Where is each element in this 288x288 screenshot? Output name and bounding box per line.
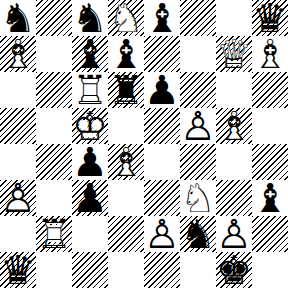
square-g4[interactable] xyxy=(216,144,252,180)
square-d5[interactable] xyxy=(108,108,144,144)
square-g7[interactable]: ♛♕ xyxy=(216,36,252,72)
square-e4[interactable] xyxy=(144,144,180,180)
square-h2[interactable] xyxy=(252,216,288,252)
piece-black-bishop[interactable]: ♝ xyxy=(108,36,144,72)
piece-white-bishop[interactable]: ♗ xyxy=(0,36,36,72)
square-c4[interactable]: ♟ xyxy=(72,144,108,180)
piece-white-bishop[interactable]: ♗ xyxy=(108,144,144,180)
square-g8[interactable] xyxy=(216,0,252,36)
piece-black-rook[interactable]: ♜ xyxy=(108,72,144,108)
square-h5[interactable] xyxy=(252,108,288,144)
piece-fill-white-bishop: ♝ xyxy=(108,144,144,180)
piece-fill-white-knight: ♞ xyxy=(180,180,216,216)
piece-black-bishop[interactable]: ♝ xyxy=(252,180,288,216)
square-f1[interactable] xyxy=(180,252,216,288)
square-f5[interactable]: ♟♙ xyxy=(180,108,216,144)
square-e8[interactable]: ♝ xyxy=(144,0,180,36)
square-c8[interactable]: ♞ xyxy=(72,0,108,36)
square-c7[interactable]: ♝ xyxy=(72,36,108,72)
square-b4[interactable] xyxy=(36,144,72,180)
square-d2[interactable] xyxy=(108,216,144,252)
square-f3[interactable]: ♞♘ xyxy=(180,180,216,216)
chess-board: ♞♞♞♘♝♛♝♗♝♝♛♕♝♗♜♖♜♟♚♔♟♙♝♗♟♝♗♟♙♟♞♘♝♜♖♟♙♞♟♙… xyxy=(0,0,288,288)
square-f8[interactable] xyxy=(180,0,216,36)
piece-black-bishop[interactable]: ♝ xyxy=(144,0,180,36)
square-e3[interactable] xyxy=(144,180,180,216)
square-h6[interactable] xyxy=(252,72,288,108)
square-a5[interactable] xyxy=(0,108,36,144)
piece-black-bishop[interactable]: ♝ xyxy=(72,36,108,72)
square-d3[interactable] xyxy=(108,180,144,216)
square-b5[interactable] xyxy=(36,108,72,144)
square-b1[interactable] xyxy=(36,252,72,288)
piece-white-pawn[interactable]: ♙ xyxy=(216,216,252,252)
square-b2[interactable]: ♜♖ xyxy=(36,216,72,252)
square-d1[interactable] xyxy=(108,252,144,288)
piece-white-king[interactable]: ♔ xyxy=(72,108,108,144)
piece-black-queen[interactable]: ♛ xyxy=(252,0,288,36)
piece-fill-white-knight: ♞ xyxy=(108,0,144,36)
square-b6[interactable] xyxy=(36,72,72,108)
piece-black-pawn[interactable]: ♟ xyxy=(144,72,180,108)
square-a6[interactable] xyxy=(0,72,36,108)
piece-white-knight[interactable]: ♘ xyxy=(180,180,216,216)
piece-black-king[interactable]: ♚ xyxy=(216,252,252,288)
piece-white-bishop[interactable]: ♗ xyxy=(216,108,252,144)
piece-white-queen[interactable]: ♕ xyxy=(216,36,252,72)
square-c1[interactable] xyxy=(72,252,108,288)
piece-fill-white-pawn: ♟ xyxy=(144,216,180,252)
square-a1[interactable]: ♛ xyxy=(0,252,36,288)
piece-fill-white-queen: ♛ xyxy=(216,36,252,72)
piece-black-knight[interactable]: ♞ xyxy=(0,0,36,36)
square-h1[interactable] xyxy=(252,252,288,288)
piece-fill-white-pawn: ♟ xyxy=(216,216,252,252)
square-h3[interactable]: ♝ xyxy=(252,180,288,216)
square-h7[interactable]: ♝♗ xyxy=(252,36,288,72)
square-d4[interactable]: ♝♗ xyxy=(108,144,144,180)
square-g6[interactable] xyxy=(216,72,252,108)
piece-white-pawn[interactable]: ♙ xyxy=(144,216,180,252)
square-e2[interactable]: ♟♙ xyxy=(144,216,180,252)
square-a3[interactable]: ♟♙ xyxy=(0,180,36,216)
square-h8[interactable]: ♛ xyxy=(252,0,288,36)
square-c6[interactable]: ♜♖ xyxy=(72,72,108,108)
piece-black-knight[interactable]: ♞ xyxy=(180,216,216,252)
piece-black-knight[interactable]: ♞ xyxy=(72,0,108,36)
square-e7[interactable] xyxy=(144,36,180,72)
square-f7[interactable] xyxy=(180,36,216,72)
square-b7[interactable] xyxy=(36,36,72,72)
piece-white-rook[interactable]: ♖ xyxy=(72,72,108,108)
square-g3[interactable] xyxy=(216,180,252,216)
piece-fill-white-king: ♚ xyxy=(72,108,108,144)
square-e1[interactable] xyxy=(144,252,180,288)
square-a2[interactable] xyxy=(0,216,36,252)
piece-black-pawn[interactable]: ♟ xyxy=(72,144,108,180)
piece-white-rook[interactable]: ♖ xyxy=(36,216,72,252)
piece-white-pawn[interactable]: ♙ xyxy=(180,108,216,144)
square-b3[interactable] xyxy=(36,180,72,216)
square-c2[interactable] xyxy=(72,216,108,252)
square-a4[interactable] xyxy=(0,144,36,180)
piece-fill-white-bishop: ♝ xyxy=(216,108,252,144)
square-c5[interactable]: ♚♔ xyxy=(72,108,108,144)
square-f6[interactable] xyxy=(180,72,216,108)
square-g5[interactable]: ♝♗ xyxy=(216,108,252,144)
piece-fill-white-rook: ♜ xyxy=(36,216,72,252)
piece-black-queen[interactable]: ♛ xyxy=(0,252,36,288)
piece-white-knight[interactable]: ♘ xyxy=(108,0,144,36)
square-e6[interactable]: ♟ xyxy=(144,72,180,108)
square-e5[interactable] xyxy=(144,108,180,144)
square-d7[interactable]: ♝ xyxy=(108,36,144,72)
piece-fill-white-pawn: ♟ xyxy=(180,108,216,144)
piece-white-pawn[interactable]: ♙ xyxy=(0,180,36,216)
square-a8[interactable]: ♞ xyxy=(0,0,36,36)
square-b8[interactable] xyxy=(36,0,72,36)
square-a7[interactable]: ♝♗ xyxy=(0,36,36,72)
piece-white-bishop[interactable]: ♗ xyxy=(252,36,288,72)
square-g2[interactable]: ♟♙ xyxy=(216,216,252,252)
piece-fill-white-pawn: ♟ xyxy=(0,180,36,216)
square-d8[interactable]: ♞♘ xyxy=(108,0,144,36)
square-f4[interactable] xyxy=(180,144,216,180)
piece-fill-white-bishop: ♝ xyxy=(252,36,288,72)
piece-fill-white-rook: ♜ xyxy=(72,72,108,108)
square-d6[interactable]: ♜ xyxy=(108,72,144,108)
square-c3[interactable]: ♟ xyxy=(72,180,108,216)
piece-fill-white-bishop: ♝ xyxy=(0,36,36,72)
square-f2[interactable]: ♞ xyxy=(180,216,216,252)
square-h4[interactable] xyxy=(252,144,288,180)
piece-black-pawn[interactable]: ♟ xyxy=(72,180,108,216)
square-g1[interactable]: ♚ xyxy=(216,252,252,288)
